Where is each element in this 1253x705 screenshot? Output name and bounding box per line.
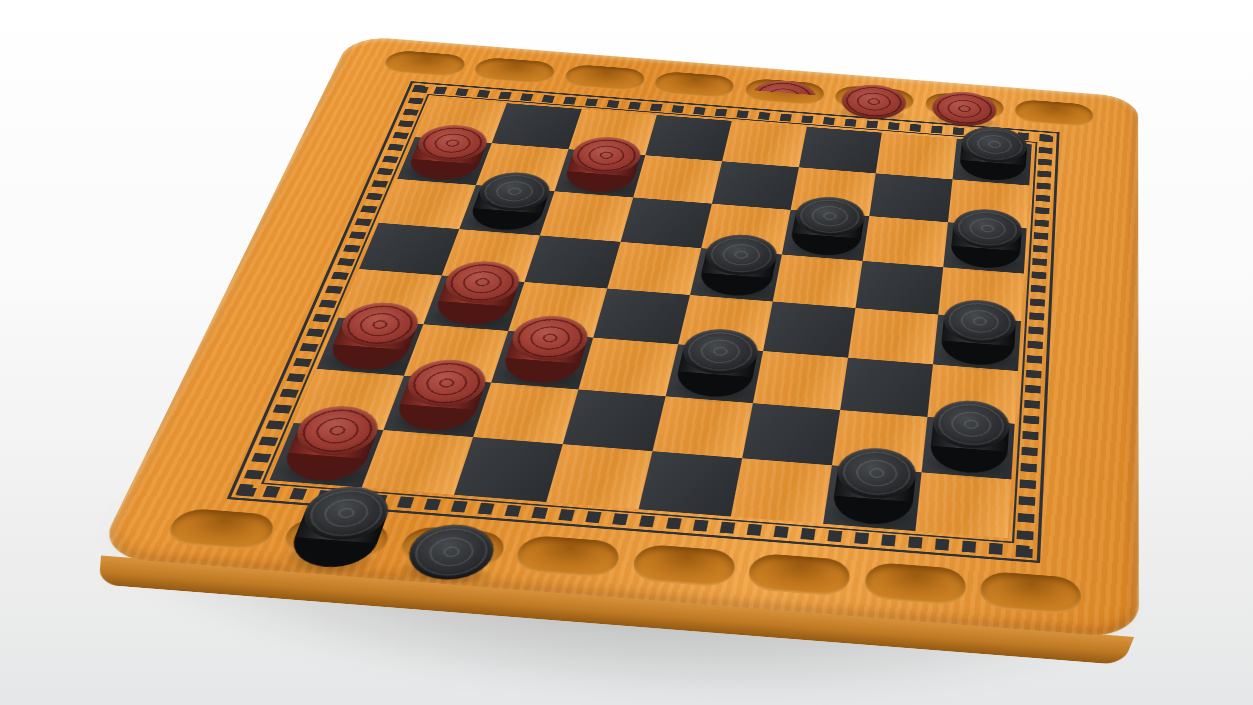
square-r8c2 [362,430,473,495]
red-checker-top-face [506,313,593,363]
board-surface [96,36,1139,639]
square-r5c1 [338,269,441,324]
black-checker-side [939,319,1015,368]
tray-pocket [513,534,623,578]
black-checker-side [284,510,387,570]
red-checker-top-face [334,300,425,349]
square-r1c8[interactable] [952,139,1031,186]
square-r5c7 [848,308,938,364]
tray-pocket [381,50,468,78]
red-checker-side [499,335,588,386]
red-checker[interactable] [391,357,492,433]
black-checker-side [931,421,1009,451]
square-r8c6 [731,458,832,524]
red-checker-side [324,322,417,372]
square-r4c5[interactable] [690,248,782,301]
black-checker[interactable] [830,445,918,526]
red-checker[interactable] [499,313,594,385]
black-checker-side [834,470,916,502]
red-checker[interactable] [278,404,386,484]
red-checker-side [400,380,485,410]
square-r3c3 [540,191,633,242]
square-r3c6[interactable] [782,210,869,261]
tray-pocket [280,516,394,560]
square-r2c1[interactable] [397,137,492,185]
black-checker-side [942,319,1016,347]
scene [0,0,1253,705]
tray-pocket [163,507,279,551]
black-checker-top-face [931,398,1011,451]
red-checker[interactable] [324,300,425,372]
tray-pocket [630,543,738,587]
tray-pocket [979,571,1081,616]
square-r4c6 [773,255,863,308]
tray-pocket [471,57,557,85]
black-checker[interactable] [928,398,1010,475]
checkers-board [96,36,1139,639]
square-r2c7[interactable] [869,173,952,222]
black-checker-top-face [942,298,1017,346]
square-r3c8[interactable] [943,222,1026,273]
red-checker-side [431,279,519,327]
square-r1c2[interactable] [492,103,582,149]
red-checker[interactable] [839,83,908,121]
square-r1c7 [876,133,957,180]
red-checker-side [278,427,377,483]
square-r1c5 [722,121,807,167]
frame-dashes-bottom [236,484,1034,558]
square-r7c8[interactable] [922,417,1015,480]
black-checker[interactable] [673,327,762,400]
black-checker[interactable] [697,232,781,298]
red-checker-top-face [930,90,997,128]
square-r8c4 [546,444,652,509]
square-r4c3[interactable] [525,235,621,288]
board-anchor [135,0,1245,705]
square-r6c1[interactable] [317,318,424,376]
tray-pocket [1015,99,1094,127]
square-r2c3[interactable] [555,149,646,197]
black-checker-side [673,348,758,399]
square-r4c4 [607,242,701,295]
square-r8c1[interactable] [269,423,383,488]
black-checker[interactable] [788,195,867,258]
square-r5c6[interactable] [763,302,855,358]
frame-dashes-left [236,84,429,496]
square-r1c6[interactable] [799,127,882,174]
square-r6c6 [753,351,848,410]
square-r7c2[interactable] [383,376,491,437]
square-r6c8 [927,364,1017,423]
square-r5c5 [678,295,773,351]
square-r7c3 [473,383,578,445]
square-r7c4[interactable] [563,389,666,451]
black-checker[interactable] [284,484,396,570]
black-checker[interactable] [939,298,1017,368]
red-checker-side [506,335,587,364]
black-checker-top-face [401,522,501,583]
tray-pocket [396,525,508,569]
square-r5c4[interactable] [593,288,690,344]
square-r5c2[interactable] [423,275,524,330]
square-r3c4[interactable] [621,197,712,248]
square-r6c3[interactable] [491,331,593,389]
square-r6c5[interactable] [666,344,763,403]
black-checker[interactable] [401,522,501,583]
square-r8c5[interactable] [639,451,743,516]
square-r3c7 [863,216,948,267]
square-r8c8 [915,472,1011,538]
square-r4c7[interactable] [855,261,943,315]
square-r5c3 [508,282,607,338]
tray-pocket [746,553,852,597]
red-checker-top-face [288,404,385,459]
black-checker-side [295,510,387,544]
black-checker[interactable] [949,207,1023,270]
square-r6c7[interactable] [840,358,933,417]
tray-pocket [863,562,967,607]
black-checker-top-face [834,445,918,501]
black-checker-side [678,348,757,377]
square-r7c1 [294,369,404,430]
red-checker-side [288,427,377,458]
red-checker-top-face [839,83,908,121]
red-checker-side [438,279,518,306]
square-r2c5[interactable] [712,161,799,210]
square-r1c4[interactable] [645,115,731,161]
red-checker-top-face [400,357,492,409]
square-r7c6[interactable] [742,403,840,465]
black-checker-top-face [678,327,761,377]
square-r6c2 [404,324,508,382]
red-checker-side [391,380,484,433]
square-r8c7[interactable] [823,465,921,531]
red-checker-top-face [439,259,526,306]
tray-pocket [652,71,736,99]
square-r7c5 [653,396,753,458]
square-r2c4 [633,155,722,203]
square-r3c2[interactable] [459,185,554,235]
tray-pocket [562,64,647,92]
square-r6c4 [578,338,678,397]
red-checker[interactable] [930,90,997,128]
black-checker-side [928,421,1009,475]
black-checker-side [830,470,915,527]
square-r5c8[interactable] [933,315,1021,372]
red-checker-side [334,322,417,350]
square-r8c3[interactable] [454,437,563,502]
black-checker[interactable] [958,125,1028,183]
black-checker-top-face [295,484,396,543]
square-r7c7 [832,410,928,472]
